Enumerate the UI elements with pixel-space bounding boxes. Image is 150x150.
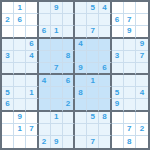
sudoku-cell[interactable] bbox=[124, 75, 136, 87]
sudoku-cell[interactable] bbox=[26, 136, 38, 148]
sudoku-cell[interactable] bbox=[75, 14, 87, 26]
sudoku-cell[interactable] bbox=[99, 14, 111, 26]
sudoku-cell-given[interactable]: 5 bbox=[2, 87, 14, 99]
sudoku-cell[interactable] bbox=[14, 39, 26, 51]
sudoku-cell[interactable] bbox=[2, 136, 14, 148]
sudoku-cell[interactable] bbox=[39, 14, 51, 26]
sudoku-cell[interactable] bbox=[14, 136, 26, 148]
sudoku-cell[interactable] bbox=[63, 112, 75, 124]
sudoku-cell[interactable] bbox=[124, 99, 136, 111]
sudoku-cell[interactable] bbox=[136, 75, 148, 87]
sudoku-cell-given[interactable]: 4 bbox=[75, 39, 87, 51]
sudoku-cell[interactable] bbox=[63, 87, 75, 99]
sudoku-cell-given[interactable]: 5 bbox=[112, 87, 124, 99]
sudoku-cell[interactable] bbox=[112, 2, 124, 14]
sudoku-cell-given[interactable]: 9 bbox=[51, 136, 63, 148]
sudoku-cell[interactable] bbox=[2, 112, 14, 124]
sudoku-cell-given[interactable]: 7 bbox=[124, 14, 136, 26]
sudoku-cell[interactable] bbox=[63, 26, 75, 38]
sudoku-cell-given[interactable]: 9 bbox=[136, 39, 148, 51]
sudoku-cell[interactable] bbox=[14, 26, 26, 38]
sudoku-cell-given[interactable]: 9 bbox=[51, 2, 63, 14]
sudoku-cell[interactable] bbox=[14, 87, 26, 99]
sudoku-cell-given[interactable]: 7 bbox=[87, 136, 99, 148]
sudoku-cell[interactable] bbox=[112, 75, 124, 87]
sudoku-cell[interactable] bbox=[26, 63, 38, 75]
sudoku-cell[interactable] bbox=[75, 2, 87, 14]
sudoku-cell[interactable] bbox=[14, 63, 26, 75]
sudoku-cell[interactable] bbox=[99, 26, 111, 38]
sudoku-cell[interactable] bbox=[39, 39, 51, 51]
sudoku-cell-given[interactable]: 9 bbox=[75, 63, 87, 75]
sudoku-cell[interactable] bbox=[112, 136, 124, 148]
sudoku-cell[interactable] bbox=[124, 2, 136, 14]
sudoku-cell[interactable] bbox=[75, 75, 87, 87]
sudoku-cell-given[interactable]: 8 bbox=[63, 51, 75, 63]
sudoku-cell[interactable] bbox=[112, 124, 124, 136]
sudoku-cell-given[interactable]: 6 bbox=[26, 39, 38, 51]
sudoku-cell[interactable] bbox=[39, 63, 51, 75]
sudoku-cell[interactable] bbox=[87, 51, 99, 63]
sudoku-cell-given[interactable]: 7 bbox=[136, 51, 148, 63]
sudoku-cell[interactable] bbox=[136, 26, 148, 38]
sudoku-cell[interactable] bbox=[63, 124, 75, 136]
sudoku-cell[interactable] bbox=[63, 2, 75, 14]
sudoku-cell[interactable] bbox=[2, 124, 14, 136]
sudoku-cell[interactable] bbox=[26, 2, 38, 14]
sudoku-cell-given[interactable]: 2 bbox=[136, 124, 148, 136]
sudoku-cell-given[interactable]: 7 bbox=[51, 63, 63, 75]
sudoku-cell-given[interactable]: 7 bbox=[124, 124, 136, 136]
sudoku-cell[interactable] bbox=[39, 99, 51, 111]
sudoku-cell[interactable] bbox=[87, 14, 99, 26]
sudoku-cell-given[interactable]: 1 bbox=[26, 87, 38, 99]
sudoku-cell[interactable] bbox=[124, 87, 136, 99]
sudoku-cell[interactable] bbox=[51, 99, 63, 111]
sudoku-cell-given[interactable]: 4 bbox=[136, 87, 148, 99]
sudoku-cell[interactable] bbox=[112, 63, 124, 75]
sudoku-cell-given[interactable]: 5 bbox=[87, 2, 99, 14]
sudoku-cell[interactable] bbox=[63, 14, 75, 26]
sudoku-cell[interactable] bbox=[51, 39, 63, 51]
sudoku-cell[interactable] bbox=[14, 51, 26, 63]
sudoku-cell-given[interactable]: 2 bbox=[63, 99, 75, 111]
sudoku-cell-given[interactable]: 6 bbox=[112, 14, 124, 26]
sudoku-cell[interactable] bbox=[99, 136, 111, 148]
sudoku-cell-given[interactable]: 9 bbox=[112, 99, 124, 111]
sudoku-cell[interactable] bbox=[124, 39, 136, 51]
sudoku-cell-given[interactable]: 2 bbox=[39, 136, 51, 148]
sudoku-cell[interactable] bbox=[112, 26, 124, 38]
sudoku-cell[interactable] bbox=[75, 51, 87, 63]
sudoku-cell[interactable] bbox=[26, 112, 38, 124]
sudoku-cell-given[interactable]: 5 bbox=[87, 112, 99, 124]
sudoku-cell[interactable] bbox=[39, 112, 51, 124]
sudoku-cell[interactable] bbox=[14, 75, 26, 87]
sudoku-cell[interactable] bbox=[124, 63, 136, 75]
sudoku-cell[interactable] bbox=[99, 51, 111, 63]
sudoku-cell-given[interactable]: 3 bbox=[2, 51, 14, 63]
sudoku-cell[interactable] bbox=[51, 51, 63, 63]
sudoku-cell[interactable] bbox=[87, 63, 99, 75]
sudoku-cell[interactable] bbox=[112, 39, 124, 51]
sudoku-cell[interactable] bbox=[51, 124, 63, 136]
sudoku-cell-given[interactable]: 6 bbox=[99, 63, 111, 75]
sudoku-cell-given[interactable]: 4 bbox=[99, 2, 111, 14]
sudoku-cell[interactable] bbox=[75, 136, 87, 148]
sudoku-cell[interactable] bbox=[39, 124, 51, 136]
sudoku-cell-given[interactable]: 6 bbox=[39, 26, 51, 38]
sudoku-cell[interactable] bbox=[99, 124, 111, 136]
sudoku-cell-given[interactable]: 8 bbox=[124, 136, 136, 148]
sudoku-cell[interactable] bbox=[75, 99, 87, 111]
sudoku-cell-given[interactable]: 4 bbox=[39, 75, 51, 87]
sudoku-cell[interactable] bbox=[87, 87, 99, 99]
sudoku-cell[interactable] bbox=[75, 124, 87, 136]
sudoku-cell[interactable] bbox=[51, 87, 63, 99]
sudoku-cell-given[interactable]: 7 bbox=[87, 26, 99, 38]
sudoku-cell[interactable] bbox=[26, 75, 38, 87]
sudoku-cell[interactable] bbox=[26, 26, 38, 38]
sudoku-cell[interactable] bbox=[136, 112, 148, 124]
sudoku-cell-given[interactable]: 1 bbox=[51, 26, 63, 38]
sudoku-cell-given[interactable]: 1 bbox=[14, 124, 26, 136]
sudoku-cell[interactable] bbox=[136, 63, 148, 75]
sudoku-cell[interactable] bbox=[39, 87, 51, 99]
sudoku-cell[interactable] bbox=[75, 26, 87, 38]
sudoku-cell[interactable] bbox=[2, 63, 14, 75]
sudoku-cell[interactable] bbox=[26, 14, 38, 26]
sudoku-cell[interactable] bbox=[87, 39, 99, 51]
sudoku-cell[interactable] bbox=[75, 112, 87, 124]
sudoku-cell-given[interactable]: 6 bbox=[14, 14, 26, 26]
sudoku-cell-given[interactable]: 9 bbox=[124, 26, 136, 38]
sudoku-cell-given[interactable]: 3 bbox=[112, 51, 124, 63]
sudoku-cell[interactable] bbox=[2, 75, 14, 87]
sudoku-cell-given[interactable]: 8 bbox=[99, 112, 111, 124]
sudoku-cell[interactable] bbox=[136, 136, 148, 148]
sudoku-cell[interactable] bbox=[39, 2, 51, 14]
sudoku-cell[interactable] bbox=[124, 112, 136, 124]
sudoku-cell[interactable] bbox=[99, 87, 111, 99]
sudoku-cell[interactable] bbox=[136, 2, 148, 14]
sudoku-cell[interactable] bbox=[124, 51, 136, 63]
sudoku-cell-given[interactable]: 6 bbox=[2, 99, 14, 111]
sudoku-board: 1954266761796493483779646151854629915817… bbox=[0, 0, 150, 150]
sudoku-cell[interactable] bbox=[136, 14, 148, 26]
sudoku-cell[interactable] bbox=[99, 75, 111, 87]
sudoku-cell-given[interactable]: 1 bbox=[87, 75, 99, 87]
sudoku-cell[interactable] bbox=[2, 2, 14, 14]
sudoku-cell-given[interactable]: 1 bbox=[14, 2, 26, 14]
sudoku-cell[interactable] bbox=[87, 124, 99, 136]
sudoku-cell-given[interactable]: 2 bbox=[2, 14, 14, 26]
sudoku-cell-given[interactable]: 9 bbox=[14, 112, 26, 124]
sudoku-cell[interactable] bbox=[63, 136, 75, 148]
sudoku-cell[interactable] bbox=[51, 75, 63, 87]
sudoku-cell[interactable] bbox=[26, 99, 38, 111]
sudoku-cell[interactable] bbox=[63, 63, 75, 75]
sudoku-cell[interactable] bbox=[112, 112, 124, 124]
sudoku-cell[interactable] bbox=[99, 99, 111, 111]
sudoku-cell[interactable] bbox=[14, 99, 26, 111]
sudoku-cell-given[interactable]: 7 bbox=[26, 124, 38, 136]
sudoku-cell-given[interactable]: 8 bbox=[75, 87, 87, 99]
sudoku-cell[interactable] bbox=[2, 26, 14, 38]
sudoku-cell-given[interactable]: 4 bbox=[26, 51, 38, 63]
sudoku-cell-given[interactable]: 1 bbox=[51, 112, 63, 124]
sudoku-cell[interactable] bbox=[51, 14, 63, 26]
sudoku-cell[interactable] bbox=[63, 39, 75, 51]
sudoku-cell-given[interactable]: 6 bbox=[63, 75, 75, 87]
sudoku-cell[interactable] bbox=[39, 51, 51, 63]
sudoku-cell[interactable] bbox=[87, 99, 99, 111]
sudoku-cell[interactable] bbox=[2, 39, 14, 51]
sudoku-cell[interactable] bbox=[136, 99, 148, 111]
sudoku-cell[interactable] bbox=[99, 39, 111, 51]
